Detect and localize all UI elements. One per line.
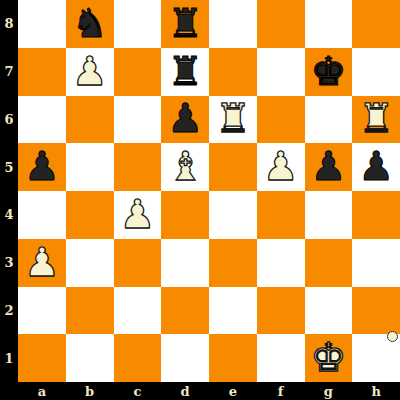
square-h8[interactable] bbox=[352, 0, 400, 48]
square-d1[interactable] bbox=[161, 334, 209, 382]
rank-label-7: 7 bbox=[0, 48, 18, 96]
rank-label-5: 5 bbox=[0, 143, 18, 191]
file-label-a: a bbox=[18, 382, 66, 400]
file-label-g: g bbox=[305, 382, 353, 400]
square-e8[interactable] bbox=[209, 0, 257, 48]
white-rook-icon[interactable]: ♜ bbox=[215, 98, 251, 138]
square-c7[interactable] bbox=[114, 48, 162, 96]
white-bishop-icon[interactable]: ♝ bbox=[167, 146, 203, 186]
white-rook-icon[interactable]: ♜ bbox=[358, 98, 394, 138]
square-h7[interactable] bbox=[352, 48, 400, 96]
square-b6[interactable] bbox=[66, 96, 114, 144]
square-c6[interactable] bbox=[114, 96, 162, 144]
square-e3[interactable] bbox=[209, 239, 257, 287]
square-c3[interactable] bbox=[114, 239, 162, 287]
square-e5[interactable] bbox=[209, 143, 257, 191]
square-b3[interactable] bbox=[66, 239, 114, 287]
square-g7[interactable]: ♚ bbox=[305, 48, 353, 96]
square-h6[interactable]: ♜ bbox=[352, 96, 400, 144]
square-f2[interactable] bbox=[257, 287, 305, 335]
square-f6[interactable] bbox=[257, 96, 305, 144]
square-c4[interactable]: ♟ bbox=[114, 191, 162, 239]
black-pawn-icon[interactable]: ♟ bbox=[24, 146, 60, 186]
white-to-move-indicator bbox=[387, 331, 398, 342]
square-a8[interactable] bbox=[18, 0, 66, 48]
square-e7[interactable] bbox=[209, 48, 257, 96]
square-f3[interactable] bbox=[257, 239, 305, 287]
chessboard: 87654321 ♞♜♟♜♚♟♜♜♟♝♟♟♟♟♟♚ abcdefgh bbox=[0, 0, 400, 400]
black-rook-icon[interactable]: ♜ bbox=[167, 3, 203, 43]
white-pawn-icon[interactable]: ♟ bbox=[24, 242, 60, 282]
rank-label-2: 2 bbox=[0, 287, 18, 335]
black-pawn-icon[interactable]: ♟ bbox=[310, 146, 346, 186]
square-f7[interactable] bbox=[257, 48, 305, 96]
square-h2[interactable] bbox=[352, 287, 400, 335]
white-king-icon[interactable]: ♚ bbox=[310, 337, 346, 377]
square-f4[interactable] bbox=[257, 191, 305, 239]
file-label-f: f bbox=[257, 382, 305, 400]
white-pawn-icon[interactable]: ♟ bbox=[119, 194, 155, 234]
square-a6[interactable] bbox=[18, 96, 66, 144]
black-king-icon[interactable]: ♚ bbox=[310, 51, 346, 91]
file-labels: abcdefgh bbox=[18, 382, 400, 400]
file-label-h: h bbox=[352, 382, 400, 400]
rank-labels: 87654321 bbox=[0, 0, 18, 382]
file-label-e: e bbox=[209, 382, 257, 400]
white-pawn-icon[interactable]: ♟ bbox=[72, 51, 108, 91]
rank-label-4: 4 bbox=[0, 191, 18, 239]
file-label-c: c bbox=[114, 382, 162, 400]
square-a2[interactable] bbox=[18, 287, 66, 335]
square-f8[interactable] bbox=[257, 0, 305, 48]
square-d2[interactable] bbox=[161, 287, 209, 335]
rank-label-1: 1 bbox=[0, 334, 18, 382]
square-b7[interactable]: ♟ bbox=[66, 48, 114, 96]
square-g2[interactable] bbox=[305, 287, 353, 335]
square-g8[interactable] bbox=[305, 0, 353, 48]
square-a1[interactable] bbox=[18, 334, 66, 382]
square-c5[interactable] bbox=[114, 143, 162, 191]
file-label-b: b bbox=[66, 382, 114, 400]
square-b1[interactable] bbox=[66, 334, 114, 382]
square-e6[interactable]: ♜ bbox=[209, 96, 257, 144]
square-d8[interactable]: ♜ bbox=[161, 0, 209, 48]
black-pawn-icon[interactable]: ♟ bbox=[167, 98, 203, 138]
board-grid[interactable]: ♞♜♟♜♚♟♜♜♟♝♟♟♟♟♟♚ bbox=[18, 0, 400, 382]
square-g3[interactable] bbox=[305, 239, 353, 287]
square-h5[interactable]: ♟ bbox=[352, 143, 400, 191]
square-h4[interactable] bbox=[352, 191, 400, 239]
square-b4[interactable] bbox=[66, 191, 114, 239]
square-d3[interactable] bbox=[161, 239, 209, 287]
square-d7[interactable]: ♜ bbox=[161, 48, 209, 96]
square-g6[interactable] bbox=[305, 96, 353, 144]
rank-label-3: 3 bbox=[0, 239, 18, 287]
black-rook-icon[interactable]: ♜ bbox=[167, 51, 203, 91]
square-a7[interactable] bbox=[18, 48, 66, 96]
square-b5[interactable] bbox=[66, 143, 114, 191]
square-g5[interactable]: ♟ bbox=[305, 143, 353, 191]
square-d6[interactable]: ♟ bbox=[161, 96, 209, 144]
rank-label-6: 6 bbox=[0, 96, 18, 144]
square-h3[interactable] bbox=[352, 239, 400, 287]
square-e2[interactable] bbox=[209, 287, 257, 335]
square-b2[interactable] bbox=[66, 287, 114, 335]
square-a5[interactable]: ♟ bbox=[18, 143, 66, 191]
square-g1[interactable]: ♚ bbox=[305, 334, 353, 382]
square-e1[interactable] bbox=[209, 334, 257, 382]
square-b8[interactable]: ♞ bbox=[66, 0, 114, 48]
square-d5[interactable]: ♝ bbox=[161, 143, 209, 191]
black-knight-icon[interactable]: ♞ bbox=[72, 3, 108, 43]
rank-label-8: 8 bbox=[0, 0, 18, 48]
square-a3[interactable]: ♟ bbox=[18, 239, 66, 287]
square-c1[interactable] bbox=[114, 334, 162, 382]
square-a4[interactable] bbox=[18, 191, 66, 239]
black-pawn-icon[interactable]: ♟ bbox=[358, 146, 394, 186]
square-f5[interactable]: ♟ bbox=[257, 143, 305, 191]
square-e4[interactable] bbox=[209, 191, 257, 239]
square-f1[interactable] bbox=[257, 334, 305, 382]
white-pawn-icon[interactable]: ♟ bbox=[263, 146, 299, 186]
square-d4[interactable] bbox=[161, 191, 209, 239]
square-c2[interactable] bbox=[114, 287, 162, 335]
square-g4[interactable] bbox=[305, 191, 353, 239]
square-c8[interactable] bbox=[114, 0, 162, 48]
file-label-d: d bbox=[161, 382, 209, 400]
